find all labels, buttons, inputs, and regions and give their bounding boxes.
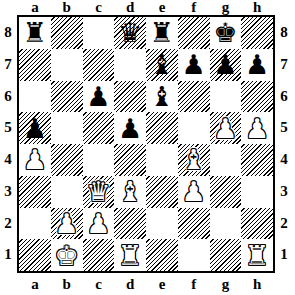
piece-white-rook: ♜: [118, 240, 142, 271]
square-g6: [210, 81, 242, 113]
square-d4: [114, 144, 146, 176]
square-a1: [19, 239, 51, 271]
rank-label-8-right: 8: [276, 17, 292, 49]
piece-white-bishop: ♝: [118, 176, 142, 207]
square-g4: [210, 144, 242, 176]
piece-white-pawn: ♟: [55, 208, 79, 239]
square-g7: ♟: [210, 49, 242, 81]
square-c5: [83, 112, 115, 144]
file-label-b-top: b: [51, 0, 83, 15]
rank-label-4-left: 4: [0, 144, 16, 176]
rank-label-1-right: 1: [276, 239, 292, 271]
square-b2: ♟: [51, 208, 83, 240]
rank-label-2-right: 2: [276, 208, 292, 240]
file-label-h-bottom: h: [241, 275, 273, 294]
square-g3: [210, 176, 242, 208]
square-f6: [178, 81, 210, 113]
square-b4: [51, 144, 83, 176]
piece-black-rook: ♜: [150, 17, 174, 48]
square-a3: [19, 176, 51, 208]
rank-label-2-left: 2: [0, 208, 16, 240]
file-label-e-bottom: e: [146, 275, 178, 294]
piece-black-bishop: ♝: [150, 81, 174, 112]
square-a2: [19, 208, 51, 240]
square-h6: [241, 81, 273, 113]
file-label-c-bottom: c: [83, 275, 115, 294]
square-d5: ♟: [114, 112, 146, 144]
piece-white-pawn: ♟: [182, 176, 206, 207]
file-label-g-top: g: [210, 0, 242, 15]
square-b5: [51, 112, 83, 144]
square-c7: [83, 49, 115, 81]
square-g1: [210, 239, 242, 271]
square-g8: ♚: [210, 17, 242, 49]
piece-white-pawn: ♟: [23, 144, 47, 175]
file-label-d-top: d: [114, 0, 146, 15]
rank-label-4-right: 4: [276, 144, 292, 176]
square-d7: [114, 49, 146, 81]
square-g5: ♟: [210, 112, 242, 144]
piece-white-pawn: ♟: [213, 113, 237, 144]
piece-black-king: ♚: [213, 17, 237, 48]
square-f5: [178, 112, 210, 144]
square-f3: ♟: [178, 176, 210, 208]
square-f4: ♝: [178, 144, 210, 176]
square-a7: [19, 49, 51, 81]
square-f7: ♟: [178, 49, 210, 81]
chess-board: ♜♛♜♚♝♟♟♟♟♝♟♟♟♟♟♝♛♝♟♟♟♚♜♜: [17, 15, 275, 273]
square-e1: [146, 239, 178, 271]
rank-label-7-left: 7: [0, 49, 16, 81]
rank-label-6-left: 6: [0, 81, 16, 113]
file-label-a-bottom: a: [19, 275, 51, 294]
piece-black-pawn: ♟: [213, 49, 237, 80]
file-label-a-top: a: [19, 0, 51, 15]
square-h3: [241, 176, 273, 208]
piece-black-pawn: ♟: [245, 49, 269, 80]
square-a5: ♟: [19, 112, 51, 144]
square-h1: ♜: [241, 239, 273, 271]
piece-black-pawn: ♟: [182, 49, 206, 80]
rank-label-5-left: 5: [0, 112, 16, 144]
square-h4: [241, 144, 273, 176]
square-c4: [83, 144, 115, 176]
rank-label-3-right: 3: [276, 176, 292, 208]
square-h8: [241, 17, 273, 49]
piece-black-pawn: ♟: [86, 81, 110, 112]
square-e3: [146, 176, 178, 208]
square-b6: [51, 81, 83, 113]
square-f1: [178, 239, 210, 271]
square-d2: [114, 208, 146, 240]
chess-diagram: ♜♛♜♚♝♟♟♟♟♝♟♟♟♟♟♝♛♝♟♟♟♚♜♜ aabbccddeeffggh…: [0, 0, 295, 295]
square-f2: [178, 208, 210, 240]
file-label-f-top: f: [178, 0, 210, 15]
rank-label-1-left: 1: [0, 239, 16, 271]
square-e8: ♜: [146, 17, 178, 49]
square-a4: ♟: [19, 144, 51, 176]
square-e5: [146, 112, 178, 144]
square-c1: [83, 239, 115, 271]
rank-label-8-left: 8: [0, 17, 16, 49]
square-c3: ♛: [83, 176, 115, 208]
piece-black-queen: ♛: [118, 17, 142, 48]
piece-black-bishop: ♝: [150, 49, 174, 80]
rank-label-3-left: 3: [0, 176, 16, 208]
square-b7: [51, 49, 83, 81]
file-label-h-top: h: [241, 0, 273, 15]
square-d8: ♛: [114, 17, 146, 49]
piece-white-pawn: ♟: [86, 208, 110, 239]
file-label-d-bottom: d: [114, 275, 146, 294]
piece-white-king: ♚: [55, 240, 79, 271]
file-label-c-top: c: [83, 0, 115, 15]
file-label-e-top: e: [146, 0, 178, 15]
piece-white-pawn: ♟: [245, 113, 269, 144]
rank-label-6-right: 6: [276, 81, 292, 113]
square-h5: ♟: [241, 112, 273, 144]
square-b1: ♚: [51, 239, 83, 271]
square-g2: [210, 208, 242, 240]
square-c2: ♟: [83, 208, 115, 240]
piece-black-rook: ♜: [23, 17, 47, 48]
square-e6: ♝: [146, 81, 178, 113]
square-h7: ♟: [241, 49, 273, 81]
piece-white-queen: ♛: [86, 176, 110, 207]
file-label-f-bottom: f: [178, 275, 210, 294]
piece-black-pawn: ♟: [23, 113, 47, 144]
piece-white-rook: ♜: [245, 240, 269, 271]
file-label-b-bottom: b: [51, 275, 83, 294]
square-b8: [51, 17, 83, 49]
square-e4: [146, 144, 178, 176]
piece-black-pawn: ♟: [118, 113, 142, 144]
file-label-g-bottom: g: [210, 275, 242, 294]
piece-white-bishop: ♝: [182, 144, 206, 175]
square-e2: [146, 208, 178, 240]
square-h2: [241, 208, 273, 240]
square-a6: [19, 81, 51, 113]
square-c8: [83, 17, 115, 49]
square-f8: [178, 17, 210, 49]
square-d1: ♜: [114, 239, 146, 271]
square-c6: ♟: [83, 81, 115, 113]
rank-label-5-right: 5: [276, 112, 292, 144]
rank-label-7-right: 7: [276, 49, 292, 81]
square-b3: [51, 176, 83, 208]
square-d6: [114, 81, 146, 113]
square-a8: ♜: [19, 17, 51, 49]
square-d3: ♝: [114, 176, 146, 208]
square-e7: ♝: [146, 49, 178, 81]
